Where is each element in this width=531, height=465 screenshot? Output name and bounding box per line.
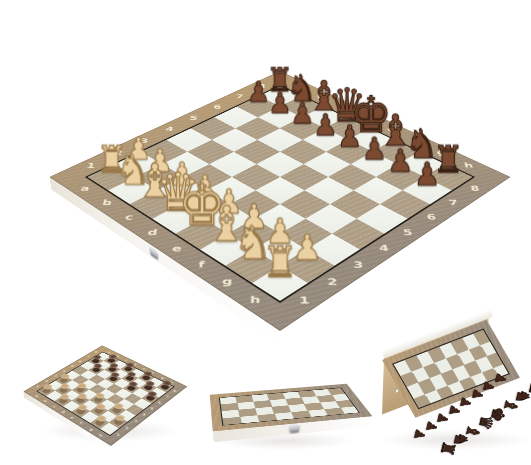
rank-label-2: 2 [126,427,129,430]
frame-dot: · [346,389,349,391]
rank-label-8: 8 [470,185,481,192]
rank-label-1: 1 [117,433,120,436]
square-h8 [157,382,174,392]
rank-label-6: 6 [426,213,437,221]
rank-label-5: 5 [190,115,199,121]
file-label-d: d [62,410,65,413]
closed-box-view: ········ ········ ···· ···· [206,352,368,462]
file-label-g: g [221,277,232,286]
file-label-b: b [44,400,47,403]
product-photo: abcdefgh abcdefgh 12345678 12345678 ♜♞♝♛… [0,0,531,465]
frame-dot: · [216,420,218,423]
rank-label-7: 7 [448,199,459,206]
frame-dot: · [215,406,217,409]
square-f6 [123,383,140,393]
rank-label-7: 7 [87,356,90,358]
rank-label-2: 2 [46,380,49,382]
magnetic-demo-view: ♟♟♟♟♟♟♟♟♜♞♝♛♚♝♞♜ [362,310,531,465]
black-pawn-b7: ♟ [268,89,292,118]
rank-label-4: 4 [379,244,390,252]
frame-dot: · [266,422,269,425]
file-label-h: h [249,295,260,304]
clasp-icon [290,424,300,432]
rank-label-4: 4 [142,414,145,417]
file-label-g: g [161,376,164,378]
frame-dot: · [335,416,338,419]
frame-dot: · [231,425,233,428]
rank-label-8: 8 [95,351,98,353]
rank-label-6: 6 [158,401,161,404]
black-pawn-f7: ♟ [362,133,388,164]
magnetic-pieces: ♟♟♟♟♟♟♟♟♜♞♝♛♚♝♞♜ [362,310,531,465]
file-label-c: c [125,359,127,361]
main-chessboard-view: abcdefgh abcdefgh 12345678 12345678 ♜♞♝♛… [18,12,531,342]
frame-dot: · [331,385,334,387]
rank-label-1: 1 [300,296,311,305]
rank-label-5: 5 [71,365,74,367]
frame-dot: · [350,395,353,398]
light-checker-c1 [57,397,70,405]
file-label-c: c [124,214,133,222]
white-rook-h1: ♜ [262,240,297,282]
file-label-e: e [171,245,182,253]
file-label-h: h [100,434,103,437]
file-label-a: a [80,185,91,192]
file-label-e: e [71,416,74,419]
file-label-e: e [143,368,146,370]
light-checker-a1 [40,387,53,395]
frame-dot: · [257,391,259,393]
frame-dot: · [352,414,356,417]
chess-board: abcdefgh abcdefgh 12345678 12345678 ♜♞♝♛… [49,71,510,331]
frame-dot: · [249,424,251,427]
rank-label-6: 6 [79,360,82,362]
rank-label-3: 3 [54,375,57,377]
dark-checker-h8 [159,383,171,390]
rank-label-5: 5 [151,407,154,410]
black-pawn-a7: ♟ [247,78,270,106]
frame-dot: · [302,388,305,390]
frame-dot: · [317,386,320,388]
magnet-pawn: ♟ [493,371,508,385]
frame-dot: · [355,401,358,404]
file-label-d: d [147,229,158,237]
black-pawn-e7: ♟ [337,122,362,152]
frame-dot: · [272,390,274,392]
frame-dot: · [215,413,217,416]
closed-box: ········ ········ ···· ···· [210,383,373,431]
rank-label-3: 3 [134,420,137,423]
file-label-c: c [53,405,56,408]
board-grid: ♜♞♝♛♚♝♞♜♟♟♟♟♟♟♟♟♟♟♟♟♟♟♟♟♜♞♝♛♚♝♞♜ [85,85,475,303]
checkers-board: abcdefgh abcdefgh 12345678 12345678 [23,346,187,446]
black-pawn-h7: ♟ [414,158,441,190]
light-checker-e1 [74,407,87,416]
checkers-view: abcdefgh abcdefgh 12345678 12345678 [28,316,184,462]
frame-dot: · [318,417,321,420]
rank-label-6: 6 [213,104,221,109]
file-label-b: b [101,199,112,206]
black-pawn-g7: ♟ [387,146,413,177]
rank-label-2: 2 [327,278,338,287]
frame-dot: · [214,400,216,403]
rank-label-7: 7 [166,396,169,399]
frame-dot: · [241,392,243,395]
file-label-g: g [90,428,93,431]
file-label-a: a [108,351,111,353]
clasp-icon [150,246,158,259]
file-label-f: f [81,422,83,425]
rank-label-4: 4 [63,370,66,372]
frame-dot: · [301,419,304,422]
rank-label-1: 1 [86,162,96,169]
rank-label-7: 7 [236,94,244,99]
frame-dot: · [284,420,287,423]
rank-label-1: 1 [36,385,39,387]
file-label-h: h [463,162,474,169]
rank-label-8: 8 [173,390,176,393]
file-label-f: f [198,261,205,270]
rank-label-5: 5 [403,229,414,237]
black-pawn-d7: ♟ [313,110,338,140]
frame-dot: · [287,389,290,391]
black-pawn-c7: ♟ [290,99,314,128]
file-label-a: a [36,395,39,398]
rank-label-4: 4 [165,126,174,132]
square-g5 [330,190,380,218]
rank-label-3: 3 [353,261,364,270]
frame-dot: · [226,394,228,397]
checkers-grid [36,352,174,436]
